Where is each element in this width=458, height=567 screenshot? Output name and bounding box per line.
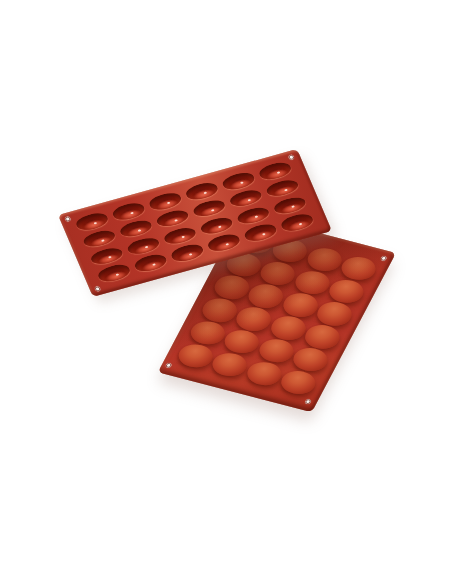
hanging-hole	[288, 154, 295, 160]
product-photo-canvas	[0, 0, 458, 567]
hanging-hole	[94, 286, 101, 292]
hanging-hole	[304, 399, 311, 405]
hanging-hole	[380, 256, 387, 262]
hanging-hole	[165, 363, 172, 369]
